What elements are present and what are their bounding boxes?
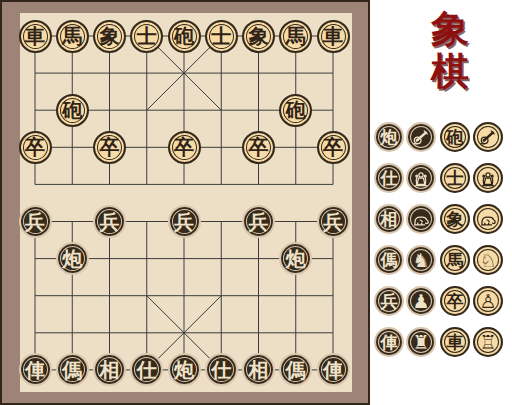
piece-light-elephant[interactable]: 象 <box>93 20 126 53</box>
legend-dark-rook-char: 俥 <box>374 327 404 357</box>
xiangqi-diagram: 車馬象士砲士象馬車砲砲卒卒卒卒卒兵兵兵兵兵炮炮俥傌相仕炮仕相傌俥 象 棋 炮砲仕… <box>0 0 512 405</box>
piece-light-soldier[interactable]: 卒 <box>19 131 52 164</box>
piece-dark-soldier[interactable]: 兵 <box>93 205 126 238</box>
piece-legend: 炮砲仕士相象傌♞馬♘兵♟卒♙俥♜車♖ <box>374 122 503 357</box>
piece-dark-soldier[interactable]: 兵 <box>168 205 201 238</box>
legend-light-pawn-char: 卒 <box>440 286 470 316</box>
rook-icon: ♜ <box>406 327 436 357</box>
piece-light-advisor[interactable]: 士 <box>130 20 163 53</box>
piece-dark-soldier[interactable]: 兵 <box>242 205 275 238</box>
legend-dark-pawn-char: 兵 <box>374 286 404 316</box>
board-grid <box>20 13 352 392</box>
pawn-glyph: ♙ <box>479 292 496 311</box>
piece-dark-soldier[interactable]: 兵 <box>317 205 350 238</box>
cannon-icon <box>406 122 436 152</box>
piece-dark-chariot[interactable]: 俥 <box>317 353 350 386</box>
piece-light-cannon[interactable]: 砲 <box>168 20 201 53</box>
rook-glyph: ♜ <box>412 333 429 352</box>
legend-dark-advisor-char: 仕 <box>374 163 404 193</box>
horse-glyph: ♞ <box>412 251 429 270</box>
horse-icon: ♘ <box>473 245 503 275</box>
piece-light-soldier[interactable]: 卒 <box>242 131 275 164</box>
piece-light-elephant[interactable]: 象 <box>242 20 275 53</box>
legend-row-horse: 傌♞馬♘ <box>374 245 503 275</box>
pawn-glyph: ♟ <box>412 292 429 311</box>
board-field: 車馬象士砲士象馬車砲砲卒卒卒卒卒兵兵兵兵兵炮炮俥傌相仕炮仕相傌俥 <box>20 13 352 392</box>
legend-dark-elephant-char: 相 <box>374 204 404 234</box>
piece-light-soldier[interactable]: 卒 <box>317 131 350 164</box>
piece-light-soldier[interactable]: 卒 <box>93 131 126 164</box>
legend-row-advisor: 仕士 <box>374 163 503 193</box>
legend-row-cannon: 炮砲 <box>374 122 503 152</box>
piece-light-cannon[interactable]: 砲 <box>279 94 312 127</box>
piece-dark-cannon[interactable]: 炮 <box>56 242 89 275</box>
legend-row-rook: 俥♜車♖ <box>374 327 503 357</box>
advisor-icon <box>473 163 503 193</box>
page-title: 象 棋 <box>379 8 512 92</box>
xiangqi-board: 車馬象士砲士象馬車砲砲卒卒卒卒卒兵兵兵兵兵炮炮俥傌相仕炮仕相傌俥 <box>0 0 370 405</box>
pawn-icon: ♟ <box>406 286 436 316</box>
legend-dark-cannon-char: 炮 <box>374 122 404 152</box>
legend-row-elephant: 相象 <box>374 204 503 234</box>
piece-light-cannon[interactable]: 砲 <box>56 94 89 127</box>
legend-light-horse-char: 馬 <box>440 245 470 275</box>
title-char-2: 棋 <box>379 50 512 92</box>
legend-dark-horse-char: 傌 <box>374 245 404 275</box>
horse-glyph: ♘ <box>479 251 496 270</box>
legend-panel: 象 棋 炮砲仕士相象傌♞馬♘兵♟卒♙俥♜車♖ <box>370 0 512 405</box>
piece-dark-cannon[interactable]: 炮 <box>168 353 201 386</box>
rook-glyph: ♖ <box>479 333 496 352</box>
legend-light-advisor-char: 士 <box>440 163 470 193</box>
rook-icon: ♖ <box>473 327 503 357</box>
title-char-1: 象 <box>379 8 512 50</box>
piece-light-advisor[interactable]: 士 <box>205 20 238 53</box>
elephant-icon <box>473 204 503 234</box>
legend-light-elephant-char: 象 <box>440 204 470 234</box>
pawn-icon: ♙ <box>473 286 503 316</box>
piece-dark-horse[interactable]: 傌 <box>56 353 89 386</box>
advisor-icon <box>406 163 436 193</box>
elephant-icon <box>406 204 436 234</box>
legend-light-rook-char: 車 <box>440 327 470 357</box>
piece-dark-chariot[interactable]: 俥 <box>19 353 52 386</box>
piece-light-chariot[interactable]: 車 <box>19 20 52 53</box>
legend-row-pawn: 兵♟卒♙ <box>374 286 503 316</box>
piece-dark-soldier[interactable]: 兵 <box>19 205 52 238</box>
cannon-icon <box>473 122 503 152</box>
piece-light-horse[interactable]: 馬 <box>279 20 312 53</box>
piece-dark-advisor[interactable]: 仕 <box>205 353 238 386</box>
piece-light-soldier[interactable]: 卒 <box>168 131 201 164</box>
piece-light-horse[interactable]: 馬 <box>56 20 89 53</box>
horse-icon: ♞ <box>406 245 436 275</box>
legend-light-cannon-char: 砲 <box>440 122 470 152</box>
piece-light-chariot[interactable]: 車 <box>317 20 350 53</box>
